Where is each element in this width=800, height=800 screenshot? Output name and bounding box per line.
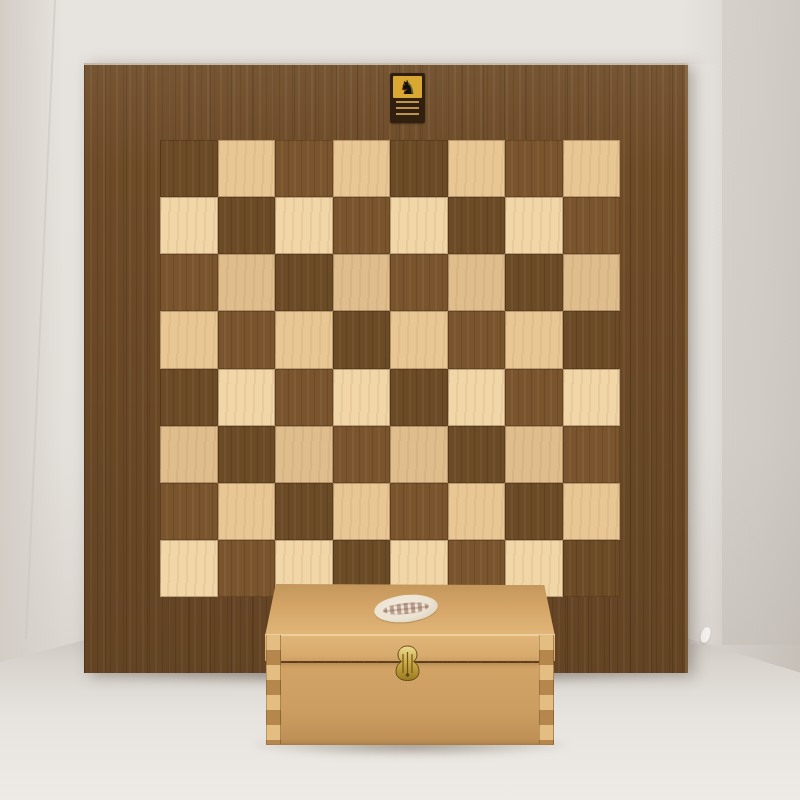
square-g2 (505, 483, 563, 540)
photo-scene: ♞ (0, 0, 800, 800)
square-a5 (160, 311, 218, 368)
square-e4 (390, 369, 448, 426)
square-b4 (218, 369, 276, 426)
square-h1 (563, 540, 621, 597)
square-e5 (390, 311, 448, 368)
square-g7 (505, 197, 563, 254)
square-f7 (448, 197, 506, 254)
square-d4 (333, 369, 391, 426)
square-g5 (505, 311, 563, 368)
square-d8 (333, 140, 391, 197)
board-grid (160, 140, 620, 597)
square-a1 (160, 540, 218, 597)
square-h4 (563, 369, 621, 426)
square-b8 (218, 140, 276, 197)
square-g8 (505, 140, 563, 197)
square-e3 (390, 426, 448, 483)
wall-light-strip (690, 64, 722, 644)
square-d7 (333, 197, 391, 254)
medallion-engraving (383, 601, 430, 617)
label-fine-print (396, 101, 419, 117)
square-e2 (390, 483, 448, 540)
square-h8 (563, 140, 621, 197)
brass-clasp-icon (393, 644, 422, 682)
finger-joints-left (266, 635, 281, 744)
square-c4 (275, 369, 333, 426)
square-b3 (218, 426, 276, 483)
square-a4 (160, 369, 218, 426)
square-f6 (448, 254, 506, 311)
pieces-box (264, 582, 556, 745)
square-h7 (563, 197, 621, 254)
square-a6 (160, 254, 218, 311)
square-h6 (563, 254, 621, 311)
square-c7 (275, 197, 333, 254)
square-a7 (160, 197, 218, 254)
square-c6 (275, 254, 333, 311)
square-e6 (390, 254, 448, 311)
square-h3 (563, 426, 621, 483)
square-b7 (218, 197, 276, 254)
square-f8 (448, 140, 506, 197)
finger-joints-right (539, 635, 554, 744)
square-h5 (563, 311, 621, 368)
square-f3 (448, 426, 506, 483)
square-b5 (218, 311, 276, 368)
square-g4 (505, 369, 563, 426)
square-h2 (563, 483, 621, 540)
square-d6 (333, 254, 391, 311)
square-a3 (160, 426, 218, 483)
square-g3 (505, 426, 563, 483)
square-d3 (333, 426, 391, 483)
square-c2 (275, 483, 333, 540)
brand-label-sticker: ♞ (390, 73, 425, 123)
square-c3 (275, 426, 333, 483)
label-gold-panel: ♞ (393, 76, 422, 98)
square-e8 (390, 140, 448, 197)
square-f4 (448, 369, 506, 426)
square-c8 (275, 140, 333, 197)
square-b2 (218, 483, 276, 540)
knight-icon: ♞ (399, 78, 416, 97)
square-d2 (333, 483, 391, 540)
square-d5 (333, 311, 391, 368)
square-a2 (160, 483, 218, 540)
square-f5 (448, 311, 506, 368)
wall-shadow-right (722, 0, 800, 645)
square-f2 (448, 483, 506, 540)
square-b6 (218, 254, 276, 311)
square-c5 (275, 311, 333, 368)
square-a8 (160, 140, 218, 197)
square-g6 (505, 254, 563, 311)
square-e7 (390, 197, 448, 254)
